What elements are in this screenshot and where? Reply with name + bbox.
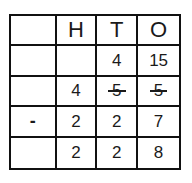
minuend-hundreds: 4	[57, 77, 98, 107]
subtrahend-tens: 2	[97, 107, 138, 137]
header-ones-label: O	[150, 19, 167, 41]
header-hundreds-label: H	[68, 19, 84, 41]
header-ones: O	[138, 16, 179, 46]
difference-tens: 2	[97, 138, 138, 168]
subtrahend-hundreds-digit: 2	[70, 113, 81, 130]
minuend-ones-digit-struck: 5	[153, 82, 164, 99]
header-tens-label: T	[110, 19, 123, 41]
borrow-tens: 4	[97, 46, 138, 76]
difference-tens-digit: 2	[111, 144, 122, 161]
header-hundreds: H	[57, 16, 98, 46]
header-tens: T	[97, 16, 138, 46]
borrow-ones-value: 15	[148, 52, 169, 69]
minuend-tens-digit-struck: 5	[111, 82, 122, 99]
subtrahend-hundreds: 2	[57, 107, 98, 137]
subtrahend-ones: 7	[138, 107, 179, 137]
cell-corner-blank	[11, 16, 57, 46]
minuend-hundreds-digit: 4	[70, 82, 81, 99]
borrow-hundreds	[57, 46, 98, 76]
borrow-tens-value: 4	[111, 52, 122, 69]
minuend-blank-0	[11, 77, 57, 107]
subtrahend-ones-digit: 7	[153, 113, 164, 130]
minus-sign: -	[30, 112, 36, 130]
worksheet-canvas: H T O 4 15 4 5 5 -	[0, 0, 192, 183]
difference-blank-0	[11, 138, 57, 168]
minuend-ones: 5	[138, 77, 179, 107]
difference-ones: 8	[138, 138, 179, 168]
difference-ones-digit: 8	[153, 144, 164, 161]
difference-hundreds: 2	[57, 138, 98, 168]
difference-hundreds-digit: 2	[70, 144, 81, 161]
operator-cell: -	[11, 107, 57, 137]
subtraction-grid: H T O 4 15 4 5 5 -	[9, 14, 181, 170]
minuend-tens: 5	[97, 77, 138, 107]
borrow-ones: 15	[138, 46, 179, 76]
subtrahend-tens-digit: 2	[111, 113, 122, 130]
borrow-blank-0	[11, 46, 57, 76]
